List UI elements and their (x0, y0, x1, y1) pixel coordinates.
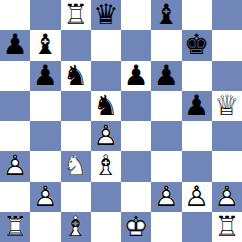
square-c1[interactable]: ♝♗ (61, 212, 91, 242)
square-g1[interactable] (182, 212, 212, 242)
piece-outline-glyph: ♗ (93, 152, 118, 180)
square-d8[interactable]: ♛ (91, 0, 121, 30)
square-g5[interactable]: ♟ (182, 91, 212, 121)
piece-outline-glyph: ♔ (124, 213, 149, 241)
square-e4[interactable] (121, 121, 151, 151)
square-g4[interactable] (182, 121, 212, 151)
square-b4[interactable] (30, 121, 60, 151)
square-c5[interactable] (61, 91, 91, 121)
square-a8[interactable] (0, 0, 30, 30)
square-d4[interactable]: ♟♙ (91, 121, 121, 151)
square-h7[interactable] (212, 30, 242, 60)
square-f5[interactable] (151, 91, 181, 121)
square-a5[interactable] (0, 91, 30, 121)
square-b2[interactable]: ♟♙ (30, 182, 60, 212)
piece-outline-glyph: ♙ (184, 183, 209, 211)
square-f1[interactable] (151, 212, 181, 242)
square-c8[interactable]: ♜♖ (61, 0, 91, 30)
square-a1[interactable]: ♜♖ (0, 212, 30, 242)
white-king-piece[interactable]: ♚♔ (124, 213, 149, 241)
white-rook-piece[interactable]: ♜♖ (214, 213, 239, 241)
square-g3[interactable] (182, 151, 212, 181)
piece-outline-glyph: ♗ (63, 213, 88, 241)
square-d3[interactable]: ♝♗ (91, 151, 121, 181)
square-e6[interactable]: ♟ (121, 61, 151, 91)
square-c3[interactable]: ♞♘ (61, 151, 91, 181)
square-g7[interactable]: ♚ (182, 30, 212, 60)
square-f4[interactable] (151, 121, 181, 151)
square-h4[interactable] (212, 121, 242, 151)
white-knight-piece[interactable]: ♞♘ (63, 152, 88, 180)
white-bishop-piece[interactable]: ♝♗ (63, 213, 88, 241)
piece-outline-glyph: ♕ (214, 92, 239, 120)
white-rook-piece[interactable]: ♜♖ (63, 1, 88, 29)
white-pawn-piece[interactable]: ♟♙ (93, 122, 118, 150)
square-c6[interactable]: ♞ (61, 61, 91, 91)
piece-outline-glyph: ♙ (93, 122, 118, 150)
square-b8[interactable] (30, 0, 60, 30)
black-pawn-piece[interactable]: ♟ (154, 62, 179, 90)
white-pawn-piece[interactable]: ♟♙ (214, 183, 239, 211)
square-a4[interactable] (0, 121, 30, 151)
white-pawn-piece[interactable]: ♟♙ (3, 152, 28, 180)
black-pawn-piece[interactable]: ♟ (124, 62, 149, 90)
square-h1[interactable]: ♜♖ (212, 212, 242, 242)
square-f8[interactable]: ♝ (151, 0, 181, 30)
square-d5[interactable]: ♞ (91, 91, 121, 121)
black-knight-piece[interactable]: ♞ (93, 92, 118, 120)
black-king-piece[interactable]: ♚ (184, 31, 209, 59)
square-h8[interactable] (212, 0, 242, 30)
square-e5[interactable] (121, 91, 151, 121)
black-pawn-piece[interactable]: ♟ (33, 62, 58, 90)
square-h5[interactable]: ♛♕ (212, 91, 242, 121)
square-b3[interactable] (30, 151, 60, 181)
piece-outline-glyph: ♘ (63, 152, 88, 180)
piece-outline-glyph: ♖ (3, 213, 28, 241)
square-f6[interactable]: ♟ (151, 61, 181, 91)
black-queen-piece[interactable]: ♛ (93, 1, 118, 29)
square-e7[interactable] (121, 30, 151, 60)
square-h3[interactable] (212, 151, 242, 181)
square-a7[interactable]: ♟ (0, 30, 30, 60)
square-f3[interactable] (151, 151, 181, 181)
piece-outline-glyph: ♙ (214, 183, 239, 211)
black-bishop-piece[interactable]: ♝ (33, 31, 58, 59)
piece-outline-glyph: ♙ (154, 183, 179, 211)
black-pawn-piece[interactable]: ♟ (184, 92, 209, 120)
square-e8[interactable] (121, 0, 151, 30)
square-f7[interactable] (151, 30, 181, 60)
white-pawn-piece[interactable]: ♟♙ (184, 183, 209, 211)
white-queen-piece[interactable]: ♛♕ (214, 92, 239, 120)
white-pawn-piece[interactable]: ♟♙ (33, 183, 58, 211)
square-g8[interactable] (182, 0, 212, 30)
black-knight-piece[interactable]: ♞ (63, 62, 88, 90)
square-a2[interactable] (0, 182, 30, 212)
black-bishop-piece[interactable]: ♝ (154, 1, 179, 29)
square-g6[interactable] (182, 61, 212, 91)
square-c7[interactable] (61, 30, 91, 60)
square-b5[interactable] (30, 91, 60, 121)
piece-outline-glyph: ♙ (3, 152, 28, 180)
piece-outline-glyph: ♖ (214, 213, 239, 241)
piece-outline-glyph: ♙ (33, 183, 58, 211)
square-h6[interactable] (212, 61, 242, 91)
square-b1[interactable] (30, 212, 60, 242)
square-d2[interactable] (91, 182, 121, 212)
square-e1[interactable]: ♚♔ (121, 212, 151, 242)
square-b6[interactable]: ♟ (30, 61, 60, 91)
white-pawn-piece[interactable]: ♟♙ (154, 183, 179, 211)
square-d6[interactable] (91, 61, 121, 91)
square-g2[interactable]: ♟♙ (182, 182, 212, 212)
square-c4[interactable] (61, 121, 91, 151)
square-b7[interactable]: ♝ (30, 30, 60, 60)
square-e3[interactable] (121, 151, 151, 181)
square-a3[interactable]: ♟♙ (0, 151, 30, 181)
white-bishop-piece[interactable]: ♝♗ (93, 152, 118, 180)
square-a6[interactable] (0, 61, 30, 91)
square-d7[interactable] (91, 30, 121, 60)
square-d1[interactable] (91, 212, 121, 242)
square-h2[interactable]: ♟♙ (212, 182, 242, 212)
square-c2[interactable] (61, 182, 91, 212)
black-pawn-piece[interactable]: ♟ (3, 31, 28, 59)
white-rook-piece[interactable]: ♜♖ (3, 213, 28, 241)
square-e2[interactable] (121, 182, 151, 212)
chess-board: ♜♖♛♝♟♝♚♟♞♟♟♞♟♛♕♟♙♟♙♞♘♝♗♟♙♟♙♟♙♟♙♜♖♝♗♚♔♜♖ (0, 0, 242, 242)
piece-outline-glyph: ♖ (63, 1, 88, 29)
square-f2[interactable]: ♟♙ (151, 182, 181, 212)
